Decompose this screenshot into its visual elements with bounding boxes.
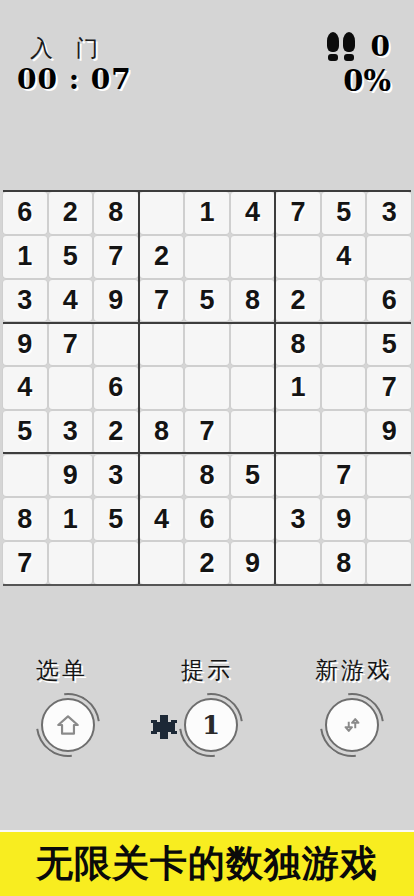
hint-label: 提示 — [181, 655, 233, 686]
sudoku-cell-r2c3[interactable]: 7 — [94, 236, 138, 278]
menu-button[interactable] — [41, 698, 95, 752]
sudoku-cell-r8c1[interactable]: 8 — [3, 498, 47, 540]
sudoku-cell-r6c6[interactable] — [231, 411, 275, 453]
progress-percent: 0% — [343, 64, 391, 98]
sudoku-cell-r4c3[interactable] — [94, 323, 138, 365]
hint-count-badge: 1 — [202, 710, 220, 740]
sudoku-cell-r2c5[interactable] — [185, 236, 229, 278]
sudoku-cell-r5c2[interactable] — [49, 367, 93, 409]
block-line-bottom — [3, 584, 411, 586]
sudoku-cell-r5c6[interactable] — [231, 367, 275, 409]
sudoku-cell-r6c9[interactable]: 9 — [367, 411, 411, 453]
sudoku-cell-r1c1[interactable]: 6 — [3, 192, 47, 234]
sudoku-cell-r7c2[interactable]: 9 — [49, 455, 93, 497]
sudoku-cell-r3c1[interactable]: 3 — [3, 280, 47, 322]
sudoku-cell-r3c4[interactable]: 7 — [140, 280, 184, 322]
sudoku-cell-r4c5[interactable] — [185, 323, 229, 365]
sudoku-cell-r9c2[interactable] — [49, 542, 93, 584]
sudoku-cell-r1c4[interactable] — [140, 192, 184, 234]
sudoku-cell-r7c4[interactable] — [140, 455, 184, 497]
sudoku-cell-r9c6[interactable]: 9 — [231, 542, 275, 584]
sudoku-cell-r9c5[interactable]: 2 — [185, 542, 229, 584]
sudoku-cell-r2c6[interactable] — [231, 236, 275, 278]
new-game-label: 新游戏 — [315, 655, 393, 686]
sudoku-cell-r8c7[interactable]: 3 — [276, 498, 320, 540]
control-bar: 选单 提示 新游戏 1 — [0, 655, 414, 775]
sudoku-cell-r3c2[interactable]: 4 — [49, 280, 93, 322]
sudoku-cell-r3c5[interactable]: 5 — [185, 280, 229, 322]
sudoku-cell-r3c6[interactable]: 8 — [231, 280, 275, 322]
sudoku-cell-r1c9[interactable]: 3 — [367, 192, 411, 234]
sudoku-cell-r8c2[interactable]: 1 — [49, 498, 93, 540]
sudoku-cell-r6c1[interactable]: 5 — [3, 411, 47, 453]
sudoku-cell-r1c7[interactable]: 7 — [276, 192, 320, 234]
sudoku-cell-r4c4[interactable] — [140, 323, 184, 365]
sudoku-cell-r9c1[interactable]: 7 — [3, 542, 47, 584]
sudoku-cell-r3c7[interactable]: 2 — [276, 280, 320, 322]
mistakes-count: 0 — [371, 30, 390, 63]
sudoku-cell-r2c2[interactable]: 5 — [49, 236, 93, 278]
sudoku-cell-r2c9[interactable] — [367, 236, 411, 278]
footprint-left — [327, 32, 339, 61]
sudoku-cell-r1c8[interactable]: 5 — [322, 192, 366, 234]
sudoku-cell-r7c9[interactable] — [367, 455, 411, 497]
sudoku-cell-r8c5[interactable]: 6 — [185, 498, 229, 540]
sudoku-cell-r6c4[interactable]: 8 — [140, 411, 184, 453]
sudoku-cell-r3c9[interactable]: 6 — [367, 280, 411, 322]
footprints-icon — [327, 32, 355, 61]
menu-label: 选单 — [36, 655, 88, 686]
sudoku-cell-r5c3[interactable]: 6 — [94, 367, 138, 409]
add-hints-plus-icon[interactable] — [149, 713, 179, 741]
sudoku-cell-r6c7[interactable] — [276, 411, 320, 453]
sudoku-cell-r7c7[interactable] — [276, 455, 320, 497]
ad-banner[interactable]: 无限关卡的数独游戏 — [0, 830, 414, 896]
sudoku-cell-r6c2[interactable]: 3 — [49, 411, 93, 453]
sudoku-cell-r4c8[interactable] — [322, 323, 366, 365]
sudoku-cell-r1c5[interactable]: 1 — [185, 192, 229, 234]
mistakes-indicator: 0 — [327, 30, 390, 63]
home-icon — [55, 712, 81, 738]
sudoku-cell-r2c7[interactable] — [276, 236, 320, 278]
sudoku-cell-r2c4[interactable]: 2 — [140, 236, 184, 278]
footprint-right — [343, 32, 355, 61]
ad-banner-text: 无限关卡的数独游戏 — [36, 839, 378, 889]
sudoku-cell-r4c9[interactable]: 5 — [367, 323, 411, 365]
hint-button[interactable]: 1 — [184, 698, 238, 752]
sudoku-cell-r8c4[interactable]: 4 — [140, 498, 184, 540]
sudoku-cell-r1c3[interactable]: 8 — [94, 192, 138, 234]
sudoku-cell-r5c4[interactable] — [140, 367, 184, 409]
sudoku-cell-r5c9[interactable]: 7 — [367, 367, 411, 409]
sudoku-cell-r7c1[interactable] — [3, 455, 47, 497]
sudoku-cell-r3c3[interactable]: 9 — [94, 280, 138, 322]
timer: 00 : 07 — [17, 63, 132, 96]
sudoku-cell-r3c8[interactable] — [322, 280, 366, 322]
sudoku-cell-r4c2[interactable]: 7 — [49, 323, 93, 365]
sudoku-cell-r4c7[interactable]: 8 — [276, 323, 320, 365]
sudoku-cell-r8c6[interactable] — [231, 498, 275, 540]
sudoku-cell-r9c3[interactable] — [94, 542, 138, 584]
sudoku-cell-r9c7[interactable] — [276, 542, 320, 584]
sudoku-cell-r9c4[interactable] — [140, 542, 184, 584]
sudoku-cell-r8c8[interactable]: 9 — [322, 498, 366, 540]
sudoku-cell-r7c3[interactable]: 3 — [94, 455, 138, 497]
sudoku-cell-r1c2[interactable]: 2 — [49, 192, 93, 234]
sudoku-cell-r5c1[interactable]: 4 — [3, 367, 47, 409]
sudoku-cell-r6c3[interactable]: 2 — [94, 411, 138, 453]
sudoku-cell-r6c5[interactable]: 7 — [185, 411, 229, 453]
sudoku-cell-r8c3[interactable]: 5 — [94, 498, 138, 540]
sudoku-cell-r4c1[interactable]: 9 — [3, 323, 47, 365]
sudoku-cell-r2c1[interactable]: 1 — [3, 236, 47, 278]
sudoku-board: 6281475315724349758269785461753287993857… — [3, 192, 411, 584]
swap-arrows-icon — [339, 712, 365, 738]
sudoku-cell-r7c5[interactable]: 8 — [185, 455, 229, 497]
sudoku-cell-r8c9[interactable] — [367, 498, 411, 540]
new-game-button[interactable] — [325, 698, 379, 752]
sudoku-cell-r5c5[interactable] — [185, 367, 229, 409]
sudoku-cell-r5c7[interactable]: 1 — [276, 367, 320, 409]
sudoku-cell-r2c8[interactable]: 4 — [322, 236, 366, 278]
sudoku-cell-r5c8[interactable] — [322, 367, 366, 409]
sudoku-cell-r9c8[interactable]: 8 — [322, 542, 366, 584]
sudoku-cell-r6c8[interactable] — [322, 411, 366, 453]
sudoku-cell-r7c8[interactable]: 7 — [322, 455, 366, 497]
sudoku-app: { "game": "sudoku", "position": { "rows"… — [0, 0, 414, 896]
sudoku-cell-r1c6[interactable]: 4 — [231, 192, 275, 234]
sudoku-cell-r4c6[interactable] — [231, 323, 275, 365]
sudoku-cell-r7c6[interactable]: 5 — [231, 455, 275, 497]
difficulty-label: 入 门 — [30, 33, 106, 64]
sudoku-cell-r9c9[interactable] — [367, 542, 411, 584]
